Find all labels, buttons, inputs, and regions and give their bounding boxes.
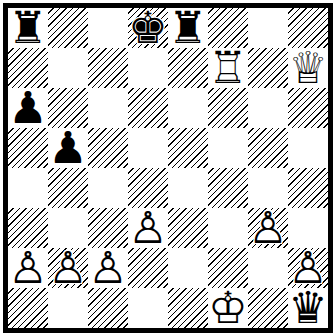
white-pawn-b2[interactable]: ♟♙ (48, 248, 88, 288)
white-pawn-c2[interactable]: ♟♙ (88, 248, 128, 288)
square-a5[interactable] (8, 128, 48, 168)
square-a2[interactable]: ♟♙ (8, 248, 48, 288)
square-f7[interactable]: ♜♖ (208, 48, 248, 88)
square-c7[interactable] (88, 48, 128, 88)
white-pawn-icon: ♙ (128, 206, 167, 250)
square-d3[interactable]: ♟♙ (128, 208, 168, 248)
square-b7[interactable] (48, 48, 88, 88)
square-a7[interactable] (8, 48, 48, 88)
black-queen-icon: ♛ (288, 286, 327, 330)
square-e4[interactable] (168, 168, 208, 208)
square-h8[interactable] (288, 8, 328, 48)
square-g2[interactable] (248, 248, 288, 288)
white-piece-fill: ♟ (88, 246, 127, 290)
square-a6[interactable]: ♟ (8, 88, 48, 128)
black-pawn-a6[interactable]: ♟ (8, 88, 48, 128)
square-g8[interactable] (248, 8, 288, 48)
square-c1[interactable] (88, 288, 128, 328)
white-rook-f7[interactable]: ♜♖ (208, 48, 248, 88)
square-g1[interactable] (248, 288, 288, 328)
white-piece-fill: ♟ (248, 206, 287, 250)
square-e5[interactable] (168, 128, 208, 168)
board: ♜♚♜♜♖♛♕♟♟♟♙♟♙♟♙♟♙♟♙♟♙♚♔♛ (8, 8, 328, 328)
black-queen-h1[interactable]: ♛ (288, 288, 328, 328)
white-pawn-icon: ♙ (8, 246, 47, 290)
square-c8[interactable] (88, 8, 128, 48)
white-king-icon: ♔ (208, 286, 247, 330)
white-queen-icon: ♕ (288, 46, 327, 90)
square-d5[interactable] (128, 128, 168, 168)
black-rook-icon: ♜ (8, 6, 47, 50)
square-h1[interactable]: ♛ (288, 288, 328, 328)
white-pawn-icon: ♙ (288, 246, 327, 290)
square-f3[interactable] (208, 208, 248, 248)
square-g5[interactable] (248, 128, 288, 168)
square-b2[interactable]: ♟♙ (48, 248, 88, 288)
square-f6[interactable] (208, 88, 248, 128)
black-pawn-icon: ♟ (8, 86, 47, 130)
square-a4[interactable] (8, 168, 48, 208)
black-pawn-b5[interactable]: ♟ (48, 128, 88, 168)
white-pawn-g3[interactable]: ♟♙ (248, 208, 288, 248)
white-piece-fill: ♚ (208, 286, 247, 330)
square-f1[interactable]: ♚♔ (208, 288, 248, 328)
square-e3[interactable] (168, 208, 208, 248)
square-h3[interactable] (288, 208, 328, 248)
white-piece-fill: ♟ (128, 206, 167, 250)
square-f5[interactable] (208, 128, 248, 168)
white-piece-fill: ♟ (8, 246, 47, 290)
square-b6[interactable] (48, 88, 88, 128)
white-queen-h7[interactable]: ♛♕ (288, 48, 328, 88)
square-h5[interactable] (288, 128, 328, 168)
white-pawn-icon: ♙ (48, 246, 87, 290)
black-rook-a8[interactable]: ♜ (8, 8, 48, 48)
square-a8[interactable]: ♜ (8, 8, 48, 48)
square-f4[interactable] (208, 168, 248, 208)
square-f8[interactable] (208, 8, 248, 48)
chess-diagram: ♜♚♜♜♖♛♕♟♟♟♙♟♙♟♙♟♙♟♙♟♙♚♔♛ (0, 0, 336, 336)
square-e2[interactable] (168, 248, 208, 288)
square-d4[interactable] (128, 168, 168, 208)
white-pawn-icon: ♙ (248, 206, 287, 250)
white-rook-icon: ♖ (208, 46, 247, 90)
white-pawn-h2[interactable]: ♟♙ (288, 248, 328, 288)
square-d8[interactable]: ♚ (128, 8, 168, 48)
square-h4[interactable] (288, 168, 328, 208)
square-b8[interactable] (48, 8, 88, 48)
square-a3[interactable] (8, 208, 48, 248)
square-b4[interactable] (48, 168, 88, 208)
white-pawn-icon: ♙ (88, 246, 127, 290)
square-d2[interactable] (128, 248, 168, 288)
square-b1[interactable] (48, 288, 88, 328)
square-d7[interactable] (128, 48, 168, 88)
white-piece-fill: ♟ (48, 246, 87, 290)
square-b3[interactable] (48, 208, 88, 248)
black-king-d8[interactable]: ♚ (128, 8, 168, 48)
square-h6[interactable] (288, 88, 328, 128)
square-c5[interactable] (88, 128, 128, 168)
black-rook-e8[interactable]: ♜ (168, 8, 208, 48)
white-pawn-a2[interactable]: ♟♙ (8, 248, 48, 288)
square-h7[interactable]: ♛♕ (288, 48, 328, 88)
square-g4[interactable] (248, 168, 288, 208)
square-h2[interactable]: ♟♙ (288, 248, 328, 288)
board-frame: ♜♚♜♜♖♛♕♟♟♟♙♟♙♟♙♟♙♟♙♟♙♚♔♛ (3, 3, 333, 333)
white-piece-fill: ♟ (288, 246, 327, 290)
square-b5[interactable]: ♟ (48, 128, 88, 168)
square-g6[interactable] (248, 88, 288, 128)
white-piece-fill: ♛ (288, 46, 327, 90)
square-e6[interactable] (168, 88, 208, 128)
white-piece-fill: ♜ (208, 46, 247, 90)
square-e7[interactable] (168, 48, 208, 88)
square-c6[interactable] (88, 88, 128, 128)
square-c4[interactable] (88, 168, 128, 208)
black-king-icon: ♚ (128, 6, 167, 50)
square-e8[interactable]: ♜ (168, 8, 208, 48)
black-pawn-icon: ♟ (48, 126, 87, 170)
square-d1[interactable] (128, 288, 168, 328)
black-rook-icon: ♜ (168, 6, 207, 50)
square-d6[interactable] (128, 88, 168, 128)
square-g3[interactable]: ♟♙ (248, 208, 288, 248)
square-a1[interactable] (8, 288, 48, 328)
square-g7[interactable] (248, 48, 288, 88)
square-f2[interactable] (208, 248, 248, 288)
square-c3[interactable] (88, 208, 128, 248)
square-c2[interactable]: ♟♙ (88, 248, 128, 288)
white-pawn-d3[interactable]: ♟♙ (128, 208, 168, 248)
square-e1[interactable] (168, 288, 208, 328)
white-king-f1[interactable]: ♚♔ (208, 288, 248, 328)
